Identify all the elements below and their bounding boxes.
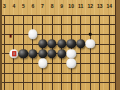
column-label-14: 14 xyxy=(107,2,113,10)
grid-hline-7 xyxy=(2,73,116,74)
grid-hline-8 xyxy=(2,82,116,83)
column-label-11: 11 xyxy=(78,2,83,10)
column-label-10: 10 xyxy=(68,2,74,10)
grid-hline-2 xyxy=(2,24,116,25)
white-stone-12-4[interactable] xyxy=(86,39,95,48)
column-label-4: 4 xyxy=(12,2,15,10)
column-label-6: 6 xyxy=(32,2,35,10)
board-right-edge xyxy=(115,0,120,90)
column-label-8: 8 xyxy=(51,2,54,10)
black-stone-7-4[interactable] xyxy=(38,39,47,48)
go-board[interactable]: 34567891011121314 xyxy=(0,0,120,90)
black-stone-6-5[interactable] xyxy=(28,49,37,58)
black-stone-9-4[interactable] xyxy=(57,39,66,48)
column-label-9: 9 xyxy=(60,2,63,10)
black-stone-7-5[interactable] xyxy=(38,49,47,58)
small-marker-dot xyxy=(9,35,12,38)
white-stone-10-5[interactable] xyxy=(66,49,75,58)
column-label-7: 7 xyxy=(41,2,44,10)
grid-hline-6 xyxy=(2,63,116,64)
last-move-red-square-marker xyxy=(12,52,16,56)
column-label-5: 5 xyxy=(22,2,25,10)
black-stone-8-5[interactable] xyxy=(47,49,56,58)
black-stone-8-4[interactable] xyxy=(47,39,56,48)
white-stone-7-6[interactable] xyxy=(38,59,47,68)
white-stone-10-6[interactable] xyxy=(66,59,75,68)
star-point xyxy=(89,33,92,36)
column-label-3: 3 xyxy=(3,2,6,10)
column-label-12: 12 xyxy=(87,2,93,10)
black-stone-11-4[interactable] xyxy=(76,39,85,48)
black-stone-10-4[interactable] xyxy=(66,39,75,48)
grid-hline-1 xyxy=(2,15,116,16)
white-stone-6-3[interactable] xyxy=(28,30,37,39)
marked-white-stone-4-5[interactable] xyxy=(9,49,18,58)
black-stone-9-5[interactable] xyxy=(57,49,66,58)
grid-hline-3 xyxy=(2,34,116,35)
column-label-13: 13 xyxy=(97,2,103,10)
black-stone-5-5[interactable] xyxy=(19,49,28,58)
board-left-edge xyxy=(0,0,2,90)
